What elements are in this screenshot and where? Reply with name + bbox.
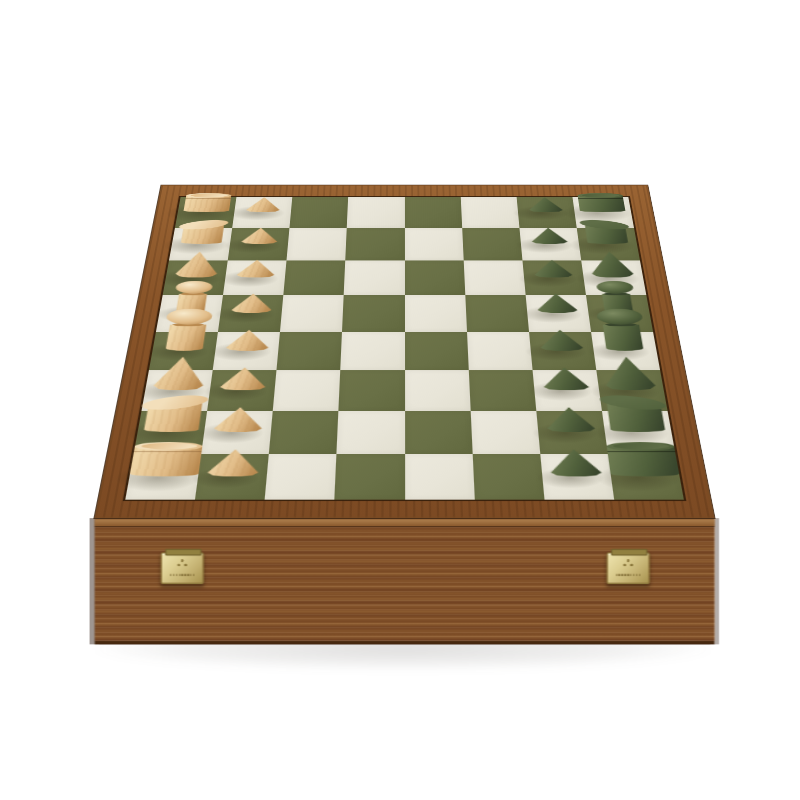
square-c7[interactable] [522,261,586,295]
brass-clasp-left [161,552,204,584]
white-rook[interactable] [129,442,203,477]
square-b7[interactable] [519,228,581,261]
square-b1[interactable] [169,228,232,261]
square-e8[interactable] [591,332,660,370]
square-f3[interactable] [273,370,341,411]
brass-clasp-right [606,552,649,584]
square-d7[interactable] [525,295,590,331]
square-f5[interactable] [405,370,471,411]
square-d6[interactable] [465,295,529,331]
square-b8[interactable] [577,228,640,261]
white-pawn[interactable] [224,330,272,351]
square-e3[interactable] [277,332,343,370]
square-b3[interactable] [287,228,347,261]
square-c2[interactable] [223,261,287,295]
square-f6[interactable] [468,370,536,411]
square-h3[interactable] [265,454,337,500]
square-e2[interactable] [213,332,280,370]
board-wood-frame [95,185,715,518]
green-pawn[interactable] [537,330,585,351]
square-e4[interactable] [341,332,405,370]
green-rook[interactable] [606,442,680,477]
square-c8[interactable] [581,261,646,295]
piece-shadow [536,467,605,488]
square-b2[interactable] [228,228,290,261]
square-c5[interactable] [404,261,464,295]
square-g2[interactable] [201,411,273,454]
white-knight[interactable] [141,397,206,432]
square-f8[interactable] [596,370,667,411]
square-a2[interactable] [232,197,292,228]
square-g1[interactable] [134,411,208,454]
square-c6[interactable] [463,261,525,295]
piece-shadow [525,343,588,361]
square-d2[interactable] [218,295,283,331]
square-h7[interactable] [540,454,614,500]
green-knight[interactable] [603,397,668,432]
piece-shadow [113,465,200,492]
square-h2[interactable] [195,454,269,500]
square-e5[interactable] [405,332,469,370]
square-f2[interactable] [207,370,276,411]
square-a3[interactable] [290,197,349,228]
square-b5[interactable] [404,228,463,261]
square-d5[interactable] [404,295,466,331]
piece-shadow [197,423,264,443]
square-c3[interactable] [284,261,346,295]
square-d3[interactable] [280,295,344,331]
square-a5[interactable] [404,197,461,228]
square-g4[interactable] [337,411,405,454]
piece-shadow [589,381,661,402]
piece-shadow [191,467,260,488]
square-h8[interactable] [608,454,684,500]
square-b6[interactable] [462,228,522,261]
clasp-hinge-icon [611,549,648,556]
board-surface[interactable] [125,197,684,500]
square-d8[interactable] [586,295,653,331]
square-g7[interactable] [536,411,608,454]
chess-box-board [95,185,715,518]
square-f4[interactable] [339,370,405,411]
piece-shadow [587,343,651,361]
piece-shadow [203,382,268,401]
square-a8[interactable] [572,197,634,228]
product-photo [0,0,800,800]
white-pawn[interactable] [205,449,263,476]
square-a1[interactable] [175,197,237,228]
piece-shadow [146,343,210,361]
square-f7[interactable] [532,370,601,411]
square-g6[interactable] [470,411,540,454]
scene [0,0,800,800]
green-pawn[interactable] [540,367,591,390]
square-a6[interactable] [460,197,519,228]
square-e1[interactable] [149,332,218,370]
square-h6[interactable] [472,454,544,500]
square-d4[interactable] [342,295,404,331]
box-front-panel [95,518,715,644]
piece-shadow [593,422,671,445]
square-c1[interactable] [163,261,228,295]
piece-shadow [135,381,207,402]
square-h5[interactable] [405,454,475,500]
piece-shadow [528,382,593,401]
clasp-hinge-icon [165,549,202,556]
square-h4[interactable] [335,454,405,500]
square-a4[interactable] [347,197,404,228]
white-pawn[interactable] [218,367,269,390]
square-h1[interactable] [125,454,201,500]
square-f1[interactable] [142,370,213,411]
square-g3[interactable] [269,411,339,454]
square-b4[interactable] [346,228,405,261]
piece-shadow [596,465,683,492]
square-e7[interactable] [529,332,596,370]
square-a7[interactable] [516,197,576,228]
white-bishop[interactable] [151,357,210,390]
piece-shadow [125,422,203,445]
square-e6[interactable] [467,332,533,370]
piece-shadow [532,423,599,443]
white-pawn[interactable] [212,407,266,432]
green-bishop[interactable] [600,357,659,390]
square-g5[interactable] [405,411,473,454]
green-pawn[interactable] [546,449,604,476]
square-d1[interactable] [156,295,223,331]
green-pawn[interactable] [543,407,597,432]
square-g8[interactable] [602,411,676,454]
piece-shadow [209,343,272,361]
square-c4[interactable] [344,261,404,295]
